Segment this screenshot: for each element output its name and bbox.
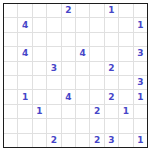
cell-r4c7[interactable] bbox=[90, 47, 103, 60]
cell-r7c1[interactable] bbox=[4, 90, 17, 103]
cell-r1c4[interactable] bbox=[47, 4, 60, 17]
cell-r6c10[interactable]: 3 bbox=[134, 76, 147, 89]
cell-r6c9[interactable] bbox=[119, 76, 132, 89]
cell-r5c8[interactable]: 2 bbox=[105, 62, 118, 75]
cell-r7c2[interactable]: 1 bbox=[18, 90, 31, 103]
cell-r5c3[interactable] bbox=[33, 62, 46, 75]
cell-r8c6[interactable] bbox=[76, 105, 89, 118]
cell-r4c3[interactable] bbox=[33, 47, 46, 60]
cell-r10c5[interactable] bbox=[62, 134, 75, 147]
cell-r4c5[interactable] bbox=[62, 47, 75, 60]
cell-r4c2[interactable]: 4 bbox=[18, 47, 31, 60]
cell-r1c8[interactable]: 1 bbox=[105, 4, 118, 17]
cell-r7c10[interactable]: 1 bbox=[134, 90, 147, 103]
cell-r5c4[interactable]: 3 bbox=[47, 62, 60, 75]
cell-r10c6[interactable] bbox=[76, 134, 89, 147]
cell-r2c7[interactable] bbox=[90, 18, 103, 31]
cell-r3c6[interactable] bbox=[76, 33, 89, 46]
cell-r3c8[interactable] bbox=[105, 33, 118, 46]
cell-r3c4[interactable] bbox=[47, 33, 60, 46]
cell-r8c10[interactable] bbox=[134, 105, 147, 118]
cell-r5c10[interactable] bbox=[134, 62, 147, 75]
puzzle-board: 214144332314211212231 bbox=[3, 3, 148, 148]
cell-r6c1[interactable] bbox=[4, 76, 17, 89]
cell-r3c3[interactable] bbox=[33, 33, 46, 46]
cell-r2c8[interactable] bbox=[105, 18, 118, 31]
cell-r9c6[interactable] bbox=[76, 119, 89, 132]
cell-r5c9[interactable] bbox=[119, 62, 132, 75]
cell-r3c9[interactable] bbox=[119, 33, 132, 46]
cell-r8c8[interactable] bbox=[105, 105, 118, 118]
cell-r7c6[interactable] bbox=[76, 90, 89, 103]
cell-r7c3[interactable] bbox=[33, 90, 46, 103]
cell-r5c6[interactable] bbox=[76, 62, 89, 75]
cell-r6c2[interactable] bbox=[18, 76, 31, 89]
cell-r8c2[interactable] bbox=[18, 105, 31, 118]
cell-r4c10[interactable]: 3 bbox=[134, 47, 147, 60]
cell-r9c4[interactable] bbox=[47, 119, 60, 132]
cell-r7c7[interactable] bbox=[90, 90, 103, 103]
cell-r3c5[interactable] bbox=[62, 33, 75, 46]
cell-r3c10[interactable] bbox=[134, 33, 147, 46]
cell-r5c1[interactable] bbox=[4, 62, 17, 75]
cell-r2c4[interactable] bbox=[47, 18, 60, 31]
cell-r9c3[interactable] bbox=[33, 119, 46, 132]
cell-r6c8[interactable] bbox=[105, 76, 118, 89]
cell-r1c7[interactable] bbox=[90, 4, 103, 17]
cell-r8c4[interactable] bbox=[47, 105, 60, 118]
cell-r7c9[interactable] bbox=[119, 90, 132, 103]
cell-r10c10[interactable]: 1 bbox=[134, 134, 147, 147]
cell-r4c9[interactable] bbox=[119, 47, 132, 60]
cell-r2c5[interactable] bbox=[62, 18, 75, 31]
cell-r8c1[interactable] bbox=[4, 105, 17, 118]
cell-r5c2[interactable] bbox=[18, 62, 31, 75]
cell-r4c1[interactable] bbox=[4, 47, 17, 60]
cell-r10c1[interactable] bbox=[4, 134, 17, 147]
cell-r8c5[interactable] bbox=[62, 105, 75, 118]
cell-r9c5[interactable] bbox=[62, 119, 75, 132]
cell-r1c6[interactable] bbox=[76, 4, 89, 17]
cell-r1c10[interactable] bbox=[134, 4, 147, 17]
cell-r9c2[interactable] bbox=[18, 119, 31, 132]
cell-r6c7[interactable] bbox=[90, 76, 103, 89]
cell-r10c2[interactable] bbox=[18, 134, 31, 147]
cell-r5c7[interactable] bbox=[90, 62, 103, 75]
cell-r1c5[interactable]: 2 bbox=[62, 4, 75, 17]
cell-r10c4[interactable]: 2 bbox=[47, 134, 60, 147]
cell-r1c1[interactable] bbox=[4, 4, 17, 17]
cell-r2c10[interactable]: 1 bbox=[134, 18, 147, 31]
cell-r4c4[interactable] bbox=[47, 47, 60, 60]
cell-r8c3[interactable]: 1 bbox=[33, 105, 46, 118]
cell-r2c1[interactable] bbox=[4, 18, 17, 31]
cell-r2c9[interactable] bbox=[119, 18, 132, 31]
cell-r6c3[interactable] bbox=[33, 76, 46, 89]
cell-r3c1[interactable] bbox=[4, 33, 17, 46]
cell-r4c8[interactable] bbox=[105, 47, 118, 60]
cell-r2c2[interactable]: 4 bbox=[18, 18, 31, 31]
cell-r7c5[interactable]: 4 bbox=[62, 90, 75, 103]
cell-r9c1[interactable] bbox=[4, 119, 17, 132]
cell-r6c4[interactable] bbox=[47, 76, 60, 89]
cell-r3c2[interactable] bbox=[18, 33, 31, 46]
cell-r9c8[interactable] bbox=[105, 119, 118, 132]
cell-r10c7[interactable]: 2 bbox=[90, 134, 103, 147]
cell-r9c10[interactable] bbox=[134, 119, 147, 132]
cell-r1c2[interactable] bbox=[18, 4, 31, 17]
cell-r8c9[interactable]: 1 bbox=[119, 105, 132, 118]
cell-r10c8[interactable]: 3 bbox=[105, 134, 118, 147]
cell-r9c7[interactable] bbox=[90, 119, 103, 132]
cell-r1c9[interactable] bbox=[119, 4, 132, 17]
cell-r7c8[interactable]: 2 bbox=[105, 90, 118, 103]
cell-r8c7[interactable]: 2 bbox=[90, 105, 103, 118]
cell-r9c9[interactable] bbox=[119, 119, 132, 132]
cell-r7c4[interactable] bbox=[47, 90, 60, 103]
cell-r2c6[interactable] bbox=[76, 18, 89, 31]
cell-r6c5[interactable] bbox=[62, 76, 75, 89]
cell-r10c9[interactable] bbox=[119, 134, 132, 147]
cell-r4c6[interactable]: 4 bbox=[76, 47, 89, 60]
cell-r10c3[interactable] bbox=[33, 134, 46, 147]
cell-r6c6[interactable] bbox=[76, 76, 89, 89]
cell-r5c5[interactable] bbox=[62, 62, 75, 75]
cell-r1c3[interactable] bbox=[33, 4, 46, 17]
cell-r2c3[interactable] bbox=[33, 18, 46, 31]
cell-r3c7[interactable] bbox=[90, 33, 103, 46]
